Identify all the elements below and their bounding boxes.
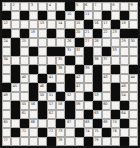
white-cell[interactable] — [38, 65, 47, 74]
clue-number: 14 — [58, 21, 62, 25]
white-cell[interactable]: 50 — [38, 92, 47, 101]
white-cell[interactable]: 75 — [93, 128, 102, 137]
black-cell — [56, 119, 65, 128]
black-cell — [65, 110, 74, 119]
clue-number: 31 — [67, 48, 71, 52]
clue-number: 65 — [4, 120, 8, 124]
white-cell[interactable] — [56, 2, 65, 11]
white-cell[interactable]: 68 — [84, 119, 93, 128]
white-cell[interactable]: 41 — [47, 74, 56, 83]
white-cell[interactable] — [56, 29, 65, 38]
white-cell[interactable] — [38, 47, 47, 56]
white-cell[interactable]: 63 — [93, 110, 102, 119]
black-cell — [11, 65, 20, 74]
black-cell — [65, 29, 74, 38]
black-cell — [111, 110, 120, 119]
white-cell[interactable] — [75, 110, 84, 119]
clue-number: 30 — [130, 39, 134, 43]
black-cell — [29, 47, 38, 56]
clue-number: 75 — [94, 129, 98, 133]
white-cell[interactable]: 1 — [2, 2, 11, 11]
white-cell[interactable] — [47, 20, 56, 29]
white-cell[interactable]: 60 — [102, 101, 111, 110]
white-cell[interactable]: 77 — [2, 137, 11, 146]
white-cell[interactable] — [84, 101, 93, 110]
white-cell[interactable] — [102, 92, 111, 101]
white-cell[interactable]: 48 — [120, 83, 129, 92]
black-cell — [47, 137, 56, 146]
white-cell[interactable]: 20 — [75, 29, 84, 38]
white-cell[interactable] — [120, 56, 129, 65]
black-cell — [11, 38, 20, 47]
clue-number: 13 — [40, 21, 44, 25]
white-cell[interactable] — [38, 38, 47, 47]
white-cell[interactable]: 58 — [56, 101, 65, 110]
white-cell[interactable] — [20, 20, 29, 29]
white-cell[interactable] — [20, 65, 29, 74]
clue-number: 71 — [22, 129, 26, 133]
white-cell[interactable]: 28 — [93, 38, 102, 47]
black-cell — [75, 38, 84, 47]
clue-number: 58 — [58, 102, 62, 106]
white-cell[interactable] — [20, 56, 29, 65]
white-cell[interactable] — [29, 110, 38, 119]
black-cell — [75, 128, 84, 137]
white-cell[interactable]: 67 — [65, 119, 74, 128]
white-cell[interactable]: 44 — [129, 74, 138, 83]
white-cell[interactable] — [129, 128, 138, 137]
white-cell[interactable] — [2, 74, 11, 83]
white-cell[interactable] — [129, 119, 138, 128]
white-cell[interactable] — [102, 110, 111, 119]
clue-number: 41 — [49, 75, 53, 79]
white-cell[interactable] — [65, 65, 74, 74]
black-cell — [102, 128, 111, 137]
black-cell — [29, 65, 38, 74]
black-cell — [93, 101, 102, 110]
clue-number: 59 — [76, 102, 80, 106]
black-cell — [93, 65, 102, 74]
white-cell[interactable] — [75, 137, 84, 146]
white-cell[interactable]: 72 — [47, 128, 56, 137]
white-cell[interactable] — [102, 2, 111, 11]
white-cell[interactable]: 5 — [75, 2, 84, 11]
white-cell[interactable] — [29, 74, 38, 83]
clue-number: 79 — [94, 138, 98, 142]
white-cell[interactable]: 71 — [20, 128, 29, 137]
clue-number: 54 — [121, 93, 125, 97]
white-cell[interactable] — [93, 11, 102, 20]
white-cell[interactable]: 55 — [20, 101, 29, 110]
clue-number: 51 — [49, 93, 53, 97]
clue-number: 24 — [4, 39, 8, 43]
white-cell[interactable]: 6 — [84, 2, 93, 11]
white-cell[interactable]: 39 — [84, 65, 93, 74]
clue-number: 2 — [13, 3, 15, 7]
black-cell — [84, 137, 93, 146]
white-cell[interactable]: 79 — [93, 137, 102, 146]
white-cell[interactable] — [129, 11, 138, 20]
white-cell[interactable]: 49 — [2, 92, 11, 101]
white-cell[interactable]: 2 — [11, 2, 20, 11]
white-cell[interactable]: 36 — [93, 56, 102, 65]
black-cell — [111, 65, 120, 74]
clue-number: 70 — [112, 120, 116, 124]
white-cell[interactable]: 12 — [2, 20, 11, 29]
white-cell[interactable] — [111, 38, 120, 47]
white-cell[interactable] — [75, 56, 84, 65]
white-cell[interactable] — [84, 83, 93, 92]
white-cell[interactable]: 27 — [84, 38, 93, 47]
black-cell — [47, 83, 56, 92]
black-cell — [65, 101, 74, 110]
white-cell[interactable]: 43 — [102, 74, 111, 83]
white-cell[interactable] — [47, 56, 56, 65]
white-cell[interactable] — [11, 11, 20, 20]
clue-number: 46 — [40, 84, 44, 88]
clue-number: 10 — [67, 12, 71, 16]
white-cell[interactable] — [120, 65, 129, 74]
white-cell[interactable] — [65, 128, 74, 137]
white-cell[interactable]: 21 — [84, 29, 93, 38]
white-cell[interactable] — [38, 29, 47, 38]
white-cell[interactable]: 51 — [47, 92, 56, 101]
black-cell — [11, 128, 20, 137]
white-cell[interactable]: 37 — [102, 56, 111, 65]
white-cell[interactable]: 40 — [20, 74, 29, 83]
white-cell[interactable]: 30 — [129, 38, 138, 47]
white-cell[interactable]: 70 — [111, 119, 120, 128]
white-cell[interactable] — [20, 83, 29, 92]
black-cell — [75, 11, 84, 20]
black-cell — [65, 83, 74, 92]
white-cell[interactable] — [120, 47, 129, 56]
black-cell — [65, 74, 74, 83]
white-cell[interactable] — [56, 38, 65, 47]
white-cell[interactable] — [129, 137, 138, 146]
white-cell[interactable] — [65, 137, 74, 146]
clue-number: 73 — [58, 129, 62, 133]
white-cell[interactable] — [102, 65, 111, 74]
white-cell[interactable] — [56, 74, 65, 83]
white-cell[interactable]: 74 — [84, 128, 93, 137]
white-cell[interactable] — [20, 92, 29, 101]
black-cell — [47, 65, 56, 74]
black-cell — [38, 11, 47, 20]
white-cell[interactable] — [11, 92, 20, 101]
black-cell — [2, 11, 11, 20]
clue-number: 60 — [103, 102, 107, 106]
clue-number: 25 — [22, 39, 26, 43]
white-cell[interactable]: 31 — [65, 47, 74, 56]
white-cell[interactable]: 52 — [65, 92, 74, 101]
clue-number: 57 — [49, 102, 53, 106]
white-cell[interactable]: 4 — [47, 2, 56, 11]
white-cell[interactable] — [56, 110, 65, 119]
white-cell[interactable] — [75, 119, 84, 128]
white-cell[interactable]: 9 — [129, 2, 138, 11]
clue-number: 39 — [85, 66, 89, 70]
clue-number: 28 — [94, 39, 98, 43]
white-cell[interactable]: 45 — [11, 83, 20, 92]
white-cell[interactable]: 32 — [75, 47, 84, 56]
white-cell[interactable]: 24 — [2, 38, 11, 47]
clue-number: 74 — [85, 129, 89, 133]
clue-number: 27 — [85, 39, 89, 43]
white-cell[interactable]: 78 — [56, 137, 65, 146]
white-cell[interactable] — [102, 83, 111, 92]
white-cell[interactable]: 38 — [56, 65, 65, 74]
white-cell[interactable] — [11, 137, 20, 146]
black-cell — [47, 29, 56, 38]
clue-number: 17 — [103, 21, 107, 25]
white-cell[interactable]: 35 — [56, 56, 65, 65]
clue-number: 66 — [31, 120, 35, 124]
clue-number: 40 — [22, 75, 26, 79]
white-cell[interactable]: 64 — [120, 110, 129, 119]
black-cell — [111, 92, 120, 101]
black-cell — [56, 47, 65, 56]
white-cell[interactable]: 25 — [20, 38, 29, 47]
clue-number: 77 — [4, 138, 8, 142]
white-cell[interactable] — [11, 29, 20, 38]
white-cell[interactable]: 33 — [111, 47, 120, 56]
white-cell[interactable] — [29, 137, 38, 146]
white-cell[interactable] — [129, 20, 138, 29]
white-cell[interactable]: 61 — [20, 110, 29, 119]
clue-number: 53 — [94, 93, 98, 97]
black-cell — [11, 101, 20, 110]
black-cell — [93, 74, 102, 83]
black-cell — [102, 47, 111, 56]
white-cell[interactable] — [75, 92, 84, 101]
black-cell — [120, 11, 129, 20]
white-cell[interactable] — [65, 20, 74, 29]
clue-number: 49 — [4, 93, 8, 97]
white-cell[interactable]: 65 — [2, 119, 11, 128]
clue-number: 20 — [76, 30, 80, 34]
white-cell[interactable]: 62 — [47, 110, 56, 119]
clue-number: 4 — [49, 3, 51, 7]
white-cell[interactable]: 66 — [29, 119, 38, 128]
white-cell[interactable] — [129, 56, 138, 65]
black-cell — [84, 20, 93, 29]
clue-number: 52 — [67, 93, 71, 97]
white-cell[interactable] — [129, 101, 138, 110]
white-cell[interactable] — [120, 128, 129, 137]
white-cell[interactable] — [84, 74, 93, 83]
white-cell[interactable]: 22 — [102, 29, 111, 38]
clue-number: 1 — [4, 3, 6, 7]
white-cell[interactable] — [2, 65, 11, 74]
clue-number: 44 — [130, 75, 134, 79]
black-cell — [120, 29, 129, 38]
white-cell[interactable] — [47, 38, 56, 47]
black-cell — [20, 119, 29, 128]
crossword-grid: 1234567891011121314151617181920212223242… — [0, 0, 140, 148]
clue-number: 3 — [31, 3, 33, 7]
white-cell[interactable]: 18 — [120, 20, 129, 29]
clue-number: 16 — [94, 21, 98, 25]
white-cell[interactable]: 76 — [111, 128, 120, 137]
white-cell[interactable]: 56 — [29, 101, 38, 110]
black-cell — [93, 119, 102, 128]
black-cell — [84, 47, 93, 56]
white-cell[interactable] — [111, 11, 120, 20]
white-cell[interactable]: 34 — [2, 56, 11, 65]
clue-number: 37 — [103, 57, 107, 61]
white-cell[interactable] — [111, 56, 120, 65]
white-cell[interactable] — [38, 119, 47, 128]
white-cell[interactable]: 29 — [120, 38, 129, 47]
white-cell[interactable]: 16 — [93, 20, 102, 29]
white-cell[interactable] — [20, 2, 29, 11]
black-cell — [38, 74, 47, 83]
white-cell[interactable]: 23 — [111, 29, 120, 38]
white-cell[interactable]: 57 — [47, 101, 56, 110]
white-cell[interactable] — [2, 128, 11, 137]
white-cell[interactable] — [20, 47, 29, 56]
clue-number: 12 — [4, 21, 8, 25]
clue-number: 55 — [22, 102, 26, 106]
white-cell[interactable] — [29, 20, 38, 29]
black-cell — [120, 137, 129, 146]
white-cell[interactable] — [111, 74, 120, 83]
black-cell — [2, 29, 11, 38]
white-cell[interactable]: 10 — [65, 11, 74, 20]
white-cell[interactable]: 53 — [93, 92, 102, 101]
clue-number: 62 — [49, 111, 53, 115]
white-cell[interactable]: 42 — [75, 74, 84, 83]
white-cell[interactable] — [129, 110, 138, 119]
white-cell[interactable] — [20, 137, 29, 146]
black-cell — [111, 20, 120, 29]
clue-number: 78 — [58, 138, 62, 142]
white-cell[interactable] — [38, 137, 47, 146]
black-cell — [38, 101, 47, 110]
clue-number: 63 — [94, 111, 98, 115]
white-cell[interactable] — [2, 101, 11, 110]
white-cell[interactable] — [11, 119, 20, 128]
black-cell — [65, 2, 74, 11]
white-cell[interactable] — [129, 92, 138, 101]
white-cell[interactable]: 54 — [120, 92, 129, 101]
black-cell — [11, 47, 20, 56]
black-cell — [65, 56, 74, 65]
black-cell — [120, 119, 129, 128]
white-cell[interactable] — [2, 110, 11, 119]
white-cell[interactable]: 17 — [102, 20, 111, 29]
black-cell — [11, 74, 20, 83]
black-cell — [84, 56, 93, 65]
clue-number: 26 — [67, 39, 71, 43]
clue-number: 50 — [40, 93, 44, 97]
black-cell — [102, 11, 111, 20]
clue-number: 9 — [130, 3, 132, 7]
white-cell[interactable] — [129, 83, 138, 92]
white-cell[interactable]: 73 — [56, 128, 65, 137]
white-cell[interactable]: 47 — [75, 83, 84, 92]
white-cell[interactable]: 3 — [29, 2, 38, 11]
black-cell — [20, 29, 29, 38]
clue-number: 23 — [112, 30, 116, 34]
clue-number: 72 — [49, 129, 53, 133]
clue-number: 29 — [121, 39, 125, 43]
clue-number: 21 — [85, 30, 89, 34]
black-cell — [2, 83, 11, 92]
white-cell[interactable] — [93, 47, 102, 56]
clue-number: 36 — [94, 57, 98, 61]
black-cell — [84, 110, 93, 119]
white-cell[interactable] — [120, 2, 129, 11]
white-cell[interactable] — [2, 47, 11, 56]
clue-number: 5 — [76, 3, 78, 7]
black-cell — [129, 65, 138, 74]
white-cell[interactable] — [29, 56, 38, 65]
clue-number: 11 — [85, 12, 89, 16]
white-cell[interactable] — [29, 11, 38, 20]
white-cell[interactable]: 26 — [65, 38, 74, 47]
clue-number: 64 — [121, 111, 125, 115]
white-cell[interactable] — [102, 137, 111, 146]
white-cell[interactable] — [38, 2, 47, 11]
clue-number: 45 — [13, 84, 17, 88]
clue-number: 38 — [58, 66, 62, 70]
clue-number: 8 — [112, 3, 114, 7]
clue-number: 61 — [22, 111, 26, 115]
white-cell[interactable]: 8 — [111, 2, 120, 11]
white-cell[interactable]: 14 — [56, 20, 65, 29]
white-cell[interactable]: 69 — [102, 119, 111, 128]
white-cell[interactable] — [29, 38, 38, 47]
clue-number: 22 — [103, 30, 107, 34]
white-cell[interactable] — [102, 38, 111, 47]
white-cell[interactable] — [56, 83, 65, 92]
clue-number: 7 — [94, 3, 96, 7]
clue-number: 35 — [58, 57, 62, 61]
white-cell[interactable] — [129, 47, 138, 56]
black-cell — [129, 29, 138, 38]
white-cell[interactable] — [11, 20, 20, 29]
clue-number: 33 — [112, 48, 116, 52]
white-cell[interactable]: 19 — [29, 29, 38, 38]
white-cell[interactable]: 7 — [93, 2, 102, 11]
black-cell — [93, 29, 102, 38]
white-cell[interactable] — [47, 11, 56, 20]
white-cell[interactable]: 15 — [75, 20, 84, 29]
white-cell[interactable] — [111, 137, 120, 146]
white-cell[interactable] — [29, 128, 38, 137]
clue-number: 19 — [31, 30, 35, 34]
clue-number: 48 — [121, 84, 125, 88]
white-cell[interactable]: 59 — [75, 101, 84, 110]
black-cell — [29, 83, 38, 92]
white-cell[interactable]: 11 — [84, 11, 93, 20]
clue-number: 32 — [76, 48, 80, 52]
clue-number: 69 — [103, 120, 107, 124]
white-cell[interactable]: 13 — [38, 20, 47, 29]
white-cell[interactable] — [38, 56, 47, 65]
clue-number: 42 — [76, 75, 80, 79]
white-cell[interactable] — [120, 74, 129, 83]
black-cell — [56, 92, 65, 101]
white-cell[interactable] — [47, 119, 56, 128]
black-cell — [11, 110, 20, 119]
white-cell[interactable] — [11, 56, 20, 65]
clue-number: 15 — [76, 21, 80, 25]
white-cell[interactable] — [111, 101, 120, 110]
white-cell[interactable]: 46 — [38, 83, 47, 92]
